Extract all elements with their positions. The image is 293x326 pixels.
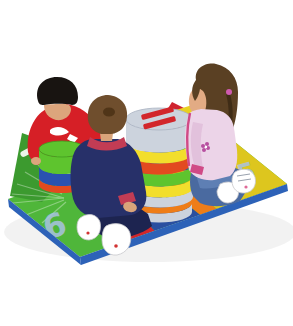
left-boy-hair [37,77,78,105]
middle-boy-left-shoe [77,215,101,240]
shoe-logo-dot-right [114,244,118,248]
child-girl [185,64,256,207]
middle-boy-neck [100,133,113,141]
shoe-logo-dot-left [86,231,89,234]
girl-shoe-dot [244,185,247,188]
middle-boy-right-shoe [102,224,131,256]
middle-boy-hair-whorl [103,108,115,117]
product-photo: 6 8 5 [0,0,293,326]
left-boy-left-hand [31,157,41,165]
girl-front-shoe [232,169,256,193]
girl-hair-tie [226,89,232,95]
play-scene: 6 8 5 [0,0,293,326]
